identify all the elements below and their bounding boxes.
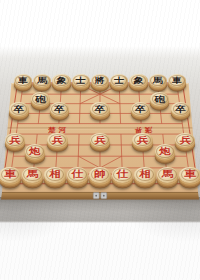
piece-character: 兵 <box>47 134 67 145</box>
piece-character: 車 <box>0 169 21 181</box>
pieces-layer: 車馬象士將士象馬車砲砲卒卒卒卒卒兵兵兵兵兵炮炮車馬相仕帥仕相馬車 <box>0 0 200 280</box>
xiangqi-piece-black[interactable]: 卒 <box>171 102 190 120</box>
piece-character: 士 <box>72 75 90 85</box>
piece-top-face: 炮 <box>25 144 46 159</box>
xiangqi-piece-black[interactable]: 卒 <box>90 102 109 120</box>
xiangqi-piece-black[interactable]: 砲 <box>31 92 50 110</box>
xiangqi-piece-red[interactable]: 車 <box>179 167 200 188</box>
piece-top-face: 卒 <box>90 102 109 116</box>
piece-top-face: 馬 <box>149 74 167 87</box>
piece-character: 象 <box>52 75 70 85</box>
piece-top-face: 車 <box>179 167 200 182</box>
piece-top-face: 兵 <box>132 133 152 148</box>
piece-top-face: 象 <box>52 74 70 87</box>
piece-character: 仕 <box>67 169 88 181</box>
piece-top-face: 仕 <box>112 167 133 182</box>
xiangqi-piece-red[interactable]: 炮 <box>25 144 46 164</box>
piece-character: 象 <box>129 75 147 85</box>
product-photo: 楚河 漢界 車馬象士將士象馬車砲砲卒卒卒卒卒兵兵兵兵兵炮炮車馬相仕帥仕相馬車 <box>0 0 200 280</box>
piece-top-face: 士 <box>110 74 128 87</box>
piece-character: 仕 <box>112 169 133 181</box>
xiangqi-piece-red[interactable]: 仕 <box>67 167 88 188</box>
piece-top-face: 象 <box>129 74 147 87</box>
piece-top-face: 帥 <box>89 167 110 182</box>
piece-top-face: 卒 <box>171 102 190 116</box>
xiangqi-piece-red[interactable]: 仕 <box>112 167 133 188</box>
xiangqi-piece-red[interactable]: 兵 <box>175 133 195 152</box>
xiangqi-piece-black[interactable]: 車 <box>14 74 32 92</box>
xiangqi-piece-red[interactable]: 馬 <box>157 167 178 188</box>
piece-character: 砲 <box>31 94 50 105</box>
xiangqi-piece-red[interactable]: 兵 <box>47 133 67 152</box>
piece-top-face: 仕 <box>67 167 88 182</box>
piece-character: 砲 <box>150 94 169 105</box>
piece-character: 炮 <box>25 145 46 157</box>
xiangqi-piece-black[interactable]: 車 <box>168 74 186 92</box>
xiangqi-piece-black[interactable]: 馬 <box>149 74 167 92</box>
xiangqi-piece-red[interactable]: 帥 <box>89 167 110 188</box>
xiangqi-piece-black[interactable]: 馬 <box>33 74 51 92</box>
piece-character: 炮 <box>155 145 176 157</box>
piece-top-face: 炮 <box>155 144 176 159</box>
piece-top-face: 兵 <box>5 133 25 148</box>
piece-top-face: 卒 <box>50 102 69 116</box>
piece-top-face: 卒 <box>9 102 28 116</box>
piece-character: 馬 <box>149 75 167 85</box>
piece-character: 相 <box>134 169 155 181</box>
piece-top-face: 士 <box>72 74 90 87</box>
piece-character: 士 <box>110 75 128 85</box>
xiangqi-piece-red[interactable]: 相 <box>44 167 65 188</box>
xiangqi-piece-red[interactable]: 兵 <box>5 133 25 152</box>
piece-character: 卒 <box>50 103 69 114</box>
piece-character: 車 <box>179 169 200 181</box>
piece-character: 馬 <box>33 75 51 85</box>
xiangqi-piece-black[interactable]: 卒 <box>131 102 150 120</box>
xiangqi-piece-black[interactable]: 象 <box>52 74 70 92</box>
xiangqi-piece-red[interactable]: 車 <box>0 167 21 188</box>
xiangqi-piece-black[interactable]: 士 <box>72 74 90 92</box>
piece-character: 兵 <box>90 134 110 145</box>
piece-top-face: 兵 <box>175 133 195 148</box>
piece-character: 車 <box>168 75 186 85</box>
piece-top-face: 馬 <box>22 167 43 182</box>
piece-character: 相 <box>44 169 65 181</box>
piece-top-face: 砲 <box>31 92 50 106</box>
piece-character: 兵 <box>175 134 195 145</box>
piece-top-face: 砲 <box>150 92 169 106</box>
xiangqi-piece-black[interactable]: 卒 <box>9 102 28 120</box>
xiangqi-piece-black[interactable]: 砲 <box>150 92 169 110</box>
xiangqi-piece-red[interactable]: 炮 <box>155 144 176 164</box>
piece-top-face: 馬 <box>33 74 51 87</box>
piece-character: 馬 <box>157 169 178 181</box>
piece-top-face: 馬 <box>157 167 178 182</box>
xiangqi-piece-red[interactable]: 兵 <box>90 133 110 152</box>
piece-top-face: 兵 <box>90 133 110 148</box>
xiangqi-piece-black[interactable]: 卒 <box>50 102 69 120</box>
xiangqi-piece-black[interactable]: 士 <box>110 74 128 92</box>
piece-character: 卒 <box>171 103 190 114</box>
piece-character: 將 <box>91 75 109 85</box>
xiangqi-piece-red[interactable]: 馬 <box>22 167 43 188</box>
piece-top-face: 將 <box>91 74 109 87</box>
piece-character: 卒 <box>131 103 150 114</box>
xiangqi-piece-black[interactable]: 象 <box>129 74 147 92</box>
piece-character: 卒 <box>9 103 28 114</box>
piece-character: 馬 <box>22 169 43 181</box>
piece-top-face: 卒 <box>131 102 150 116</box>
piece-character: 卒 <box>90 103 109 114</box>
piece-top-face: 車 <box>168 74 186 87</box>
piece-top-face: 相 <box>134 167 155 182</box>
piece-top-face: 相 <box>44 167 65 182</box>
xiangqi-piece-red[interactable]: 兵 <box>132 133 152 152</box>
piece-top-face: 車 <box>0 167 21 182</box>
piece-top-face: 兵 <box>47 133 67 148</box>
piece-character: 車 <box>14 75 32 85</box>
xiangqi-piece-red[interactable]: 相 <box>134 167 155 188</box>
piece-character: 兵 <box>132 134 152 145</box>
xiangqi-piece-black[interactable]: 將 <box>91 74 109 92</box>
piece-top-face: 車 <box>14 74 32 87</box>
piece-character: 帥 <box>89 169 110 181</box>
piece-character: 兵 <box>5 134 25 145</box>
